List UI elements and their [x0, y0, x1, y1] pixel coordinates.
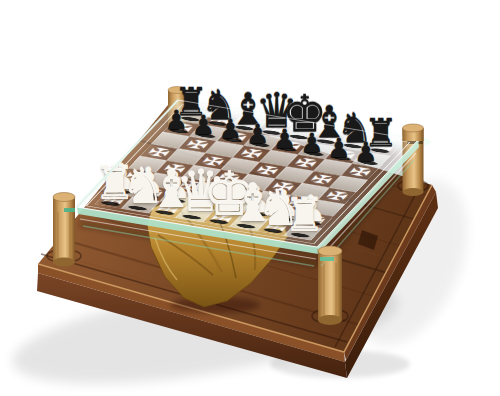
piece-slot-h1: ♜	[284, 224, 322, 241]
corner-post-south	[318, 251, 342, 325]
white-king: ♚	[202, 164, 230, 224]
black-pawn: ♟	[190, 112, 218, 138]
white-bishop: ♝	[148, 163, 176, 215]
base-bevel-right	[344, 185, 436, 360]
black-pawn: ♟	[162, 107, 190, 133]
base-recess	[358, 230, 378, 250]
black-pawn: ♟	[352, 139, 380, 165]
glass-corner-glint	[424, 138, 432, 146]
white-rook: ♜	[284, 192, 312, 238]
post-cap-west	[53, 193, 75, 213]
black-pawn: ♟	[217, 116, 245, 142]
base-bevel-left	[38, 264, 345, 362]
black-pawn: ♟	[244, 121, 272, 147]
corner-post-west	[53, 197, 75, 267]
black-pawn: ♟	[271, 125, 299, 151]
post-cap-south	[318, 246, 342, 263]
white-knight: ♞	[121, 162, 149, 211]
white-queen: ♛	[175, 163, 203, 220]
glass-chessboard: ✠✠✠✠✠✠✠✠✠✠✠✠✠✠✠✠✠✠✠✠✠✠✠✠✠✠✠✠✠✠✠✠ ♜♞♝♛♚♝♞…	[76, 100, 420, 248]
base-side-left	[37, 273, 347, 378]
black-pawn: ♟	[325, 134, 353, 160]
black-pawn: ♟	[298, 130, 326, 156]
chess-set-photo: ✠✠✠✠✠✠✠✠✠✠✠✠✠✠✠✠✠✠✠✠✠✠✠✠✠✠✠✠✠✠✠✠ ♜♞♝♛♚♝♞…	[0, 0, 500, 396]
white-rook: ♜	[94, 160, 122, 206]
pieces-layer: ♜♞♝♛♚♝♞♜♟♟♟♟♟♟♟♟♟♟♟♟♟♟♟♟♜♞♝♛♚♝♞♜	[94, 108, 402, 241]
base-side-right	[345, 192, 438, 378]
white-bishop: ♝	[229, 177, 257, 229]
white-knight: ♞	[257, 184, 285, 233]
